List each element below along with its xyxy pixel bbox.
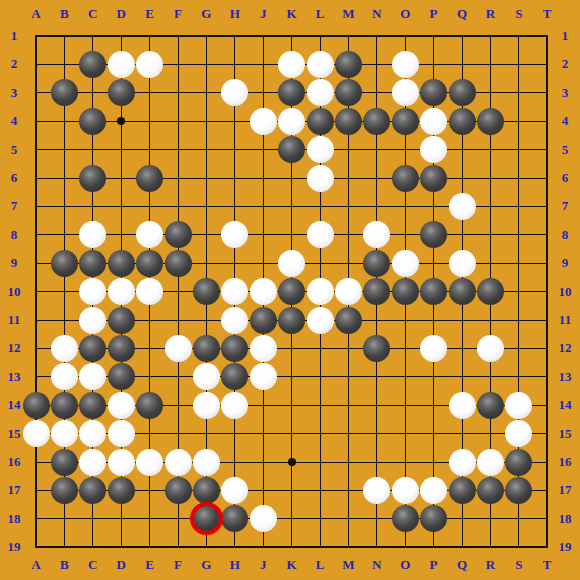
stone-white[interactable] [79,278,106,305]
stone-white[interactable] [221,477,248,504]
stone-white[interactable] [505,392,532,419]
stone-black[interactable] [420,79,447,106]
stone-black[interactable] [136,250,163,277]
stone-white[interactable] [108,392,135,419]
stone-white[interactable] [505,420,532,447]
coordinate-label: 18 [8,511,21,527]
stone-white[interactable] [420,108,447,135]
stone-white[interactable] [108,278,135,305]
coordinate-label: 2 [11,56,18,72]
stone-black[interactable] [23,392,50,419]
stone-black[interactable] [79,250,106,277]
coordinate-label: 8 [562,227,569,243]
coordinate-label: L [316,6,325,22]
coordinate-label: T [543,557,552,573]
stone-black[interactable] [108,477,135,504]
stone-black[interactable] [392,165,419,192]
stone-white[interactable] [79,221,106,248]
coordinate-label: 5 [562,142,569,158]
stone-white[interactable] [307,221,334,248]
stone-black[interactable] [278,278,305,305]
stone-black[interactable] [51,79,78,106]
stone-white[interactable] [51,335,78,362]
coordinate-label: 10 [8,284,21,300]
stone-white[interactable] [307,51,334,78]
stone-black[interactable] [221,505,248,532]
coordinate-label: 12 [8,340,21,356]
stone-black[interactable] [420,278,447,305]
stone-black[interactable] [363,278,390,305]
coordinate-label: P [430,557,438,573]
stone-white[interactable] [363,477,390,504]
stone-black[interactable] [221,363,248,390]
coordinate-label: 18 [559,511,572,527]
stone-black[interactable] [392,278,419,305]
stone-white[interactable] [108,51,135,78]
stone-black[interactable] [165,221,192,248]
stone-white[interactable] [392,79,419,106]
stone-white[interactable] [165,335,192,362]
last-move-marker [190,502,223,535]
stone-white[interactable] [449,250,476,277]
coordinate-label: 4 [11,113,18,129]
coordinate-label: 9 [11,255,18,271]
stone-black[interactable] [449,477,476,504]
stone-white[interactable] [307,278,334,305]
stone-white[interactable] [477,449,504,476]
coordinate-label: F [174,6,182,22]
stone-black[interactable] [420,505,447,532]
coordinate-label: A [31,6,40,22]
coordinate-label: 4 [562,113,569,129]
coordinate-label: A [31,557,40,573]
stone-black[interactable] [193,335,220,362]
stone-white[interactable] [221,278,248,305]
stone-white[interactable] [79,449,106,476]
coordinate-label: 7 [11,198,18,214]
stone-black[interactable] [278,307,305,334]
stone-white[interactable] [51,420,78,447]
coordinate-label: 15 [559,426,572,442]
stone-black[interactable] [278,79,305,106]
stone-white[interactable] [136,221,163,248]
stone-black[interactable] [392,108,419,135]
coordinate-label: F [174,557,182,573]
coordinate-label: 10 [559,284,572,300]
coordinate-label: 5 [11,142,18,158]
stone-black[interactable] [307,108,334,135]
stone-white[interactable] [250,108,277,135]
stone-black[interactable] [335,51,362,78]
go-board[interactable]: AABBCCDDEEFFGGHHJJKKLLMMNNOOPPQQRRSSTT11… [0,0,580,580]
coordinate-label: E [145,557,154,573]
stone-black[interactable] [363,108,390,135]
stone-black[interactable] [420,165,447,192]
stone-black[interactable] [51,392,78,419]
stone-black[interactable] [449,79,476,106]
coordinate-label: 16 [559,454,572,470]
star-point [117,117,125,125]
stone-black[interactable] [505,449,532,476]
stone-white[interactable] [193,449,220,476]
stone-white[interactable] [136,278,163,305]
stone-black[interactable] [477,477,504,504]
stone-white[interactable] [278,51,305,78]
stone-white[interactable] [449,392,476,419]
stone-white[interactable] [449,449,476,476]
coordinate-label: 14 [559,397,572,413]
coordinate-label: 17 [559,482,572,498]
coordinate-label: G [201,6,211,22]
coordinate-label: G [201,557,211,573]
stone-black[interactable] [477,108,504,135]
coordinate-label: 7 [562,198,569,214]
coordinate-label: S [515,6,522,22]
stone-white[interactable] [23,420,50,447]
coordinate-label: 1 [562,28,569,44]
stone-white[interactable] [108,420,135,447]
stone-white[interactable] [363,221,390,248]
stone-black[interactable] [51,449,78,476]
stone-black[interactable] [165,477,192,504]
stone-black[interactable] [79,477,106,504]
coordinate-label: 8 [11,227,18,243]
coordinate-label: Q [457,557,467,573]
stone-black[interactable] [193,477,220,504]
stone-black[interactable] [108,79,135,106]
stone-black[interactable] [278,136,305,163]
stone-black[interactable] [79,108,106,135]
stone-white[interactable] [221,221,248,248]
stone-black[interactable] [420,221,447,248]
stone-white[interactable] [79,420,106,447]
stone-white[interactable] [193,363,220,390]
coordinate-label: 3 [11,85,18,101]
coordinate-label: M [342,557,354,573]
stone-white[interactable] [392,250,419,277]
stone-black[interactable] [136,165,163,192]
stone-black[interactable] [392,505,419,532]
coordinate-label: E [145,6,154,22]
coordinate-label: B [60,557,69,573]
coordinate-label: 3 [562,85,569,101]
coordinate-label: C [88,6,97,22]
coordinate-label: 11 [559,312,571,328]
stone-white[interactable] [221,79,248,106]
stone-white[interactable] [335,278,362,305]
coordinate-label: 14 [8,397,21,413]
coordinate-label: K [287,557,297,573]
stone-black[interactable] [51,477,78,504]
stone-white[interactable] [420,335,447,362]
coordinate-label: 6 [562,170,569,186]
stone-black[interactable] [449,108,476,135]
stone-black[interactable] [108,363,135,390]
coordinate-label: O [400,6,410,22]
stone-white[interactable] [449,193,476,220]
coordinate-label: N [372,557,381,573]
coordinate-label: T [543,6,552,22]
coordinate-label: 12 [559,340,572,356]
coordinate-label: 9 [562,255,569,271]
coordinate-label: B [60,6,69,22]
coordinate-label: 19 [8,539,21,555]
coordinate-label: 13 [559,369,572,385]
stone-white[interactable] [165,449,192,476]
stone-black[interactable] [335,79,362,106]
coordinate-label: O [400,557,410,573]
stone-white[interactable] [250,335,277,362]
coordinate-label: H [230,557,240,573]
stone-white[interactable] [392,477,419,504]
coordinate-label: H [230,6,240,22]
stone-white[interactable] [51,363,78,390]
coordinate-label: 1 [11,28,18,44]
stone-white[interactable] [250,505,277,532]
stone-black[interactable] [51,250,78,277]
stone-white[interactable] [79,307,106,334]
coordinate-label: 19 [559,539,572,555]
coordinate-label: M [342,6,354,22]
coordinate-label: J [260,557,267,573]
coordinate-label: L [316,557,325,573]
stone-black[interactable] [363,250,390,277]
stone-white[interactable] [420,136,447,163]
stone-white[interactable] [392,51,419,78]
coordinate-label: P [430,6,438,22]
stone-black[interactable] [79,392,106,419]
stone-black[interactable] [250,307,277,334]
grid-line [35,518,548,519]
coordinate-label: 16 [8,454,21,470]
coordinate-label: D [116,6,125,22]
stone-black[interactable] [363,335,390,362]
stone-white[interactable] [79,363,106,390]
stone-black[interactable] [193,278,220,305]
stone-white[interactable] [136,449,163,476]
grid-line [35,546,548,548]
stone-black[interactable] [79,51,106,78]
stone-black[interactable] [136,392,163,419]
stone-black[interactable] [221,335,248,362]
coordinate-label: 11 [8,312,20,328]
stone-black[interactable] [108,250,135,277]
coordinate-label: N [372,6,381,22]
stone-white[interactable] [477,335,504,362]
stone-white[interactable] [136,51,163,78]
stone-white[interactable] [307,165,334,192]
stone-white[interactable] [278,250,305,277]
stone-white[interactable] [250,278,277,305]
coordinate-label: 17 [8,482,21,498]
stone-white[interactable] [420,477,447,504]
stone-black[interactable] [477,278,504,305]
stone-black[interactable] [165,250,192,277]
coordinate-label: 2 [562,56,569,72]
stone-white[interactable] [278,108,305,135]
stone-white[interactable] [193,392,220,419]
stone-white[interactable] [307,307,334,334]
coordinate-label: R [486,6,495,22]
stone-black[interactable] [449,278,476,305]
stone-black[interactable] [108,307,135,334]
stone-white[interactable] [108,449,135,476]
coordinate-label: 15 [8,426,21,442]
coordinate-label: Q [457,6,467,22]
star-point [288,458,296,466]
coordinate-label: 6 [11,170,18,186]
stone-white[interactable] [307,136,334,163]
stone-white[interactable] [307,79,334,106]
stone-white[interactable] [221,307,248,334]
coordinate-label: R [486,557,495,573]
stone-white[interactable] [221,392,248,419]
grid-line [546,35,548,548]
coordinate-label: D [116,557,125,573]
stone-black[interactable] [335,108,362,135]
coordinate-label: J [260,6,267,22]
stone-black[interactable] [108,335,135,362]
coordinate-label: C [88,557,97,573]
stone-black[interactable] [335,307,362,334]
coordinate-label: 13 [8,369,21,385]
stone-black[interactable] [477,392,504,419]
stone-black[interactable] [79,335,106,362]
stone-white[interactable] [250,363,277,390]
stone-black[interactable] [505,477,532,504]
coordinate-label: K [287,6,297,22]
coordinate-label: S [515,557,522,573]
stone-black[interactable] [79,165,106,192]
